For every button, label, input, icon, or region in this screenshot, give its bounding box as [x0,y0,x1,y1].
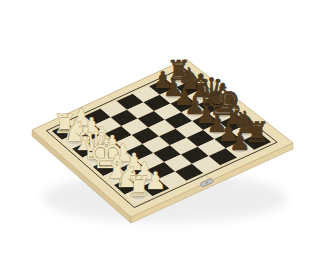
product-photo: ♜♟♞♟♝♟♛♟♚♟♝♟♟♜♞♟♟♞♜♟♟♝♟♛♟♚♟♝♟♞♟♜ [0,0,320,274]
piece-white-rook-h1: ♜ [126,170,151,203]
piece-black-pawn-h7: ♟ [229,128,251,156]
chess-board: ♜♟♞♟♝♟♛♟♚♟♝♟♟♜♞♟♟♞♜♟♟♝♟♛♟♚♟♝♟♞♟♜ [0,0,320,274]
